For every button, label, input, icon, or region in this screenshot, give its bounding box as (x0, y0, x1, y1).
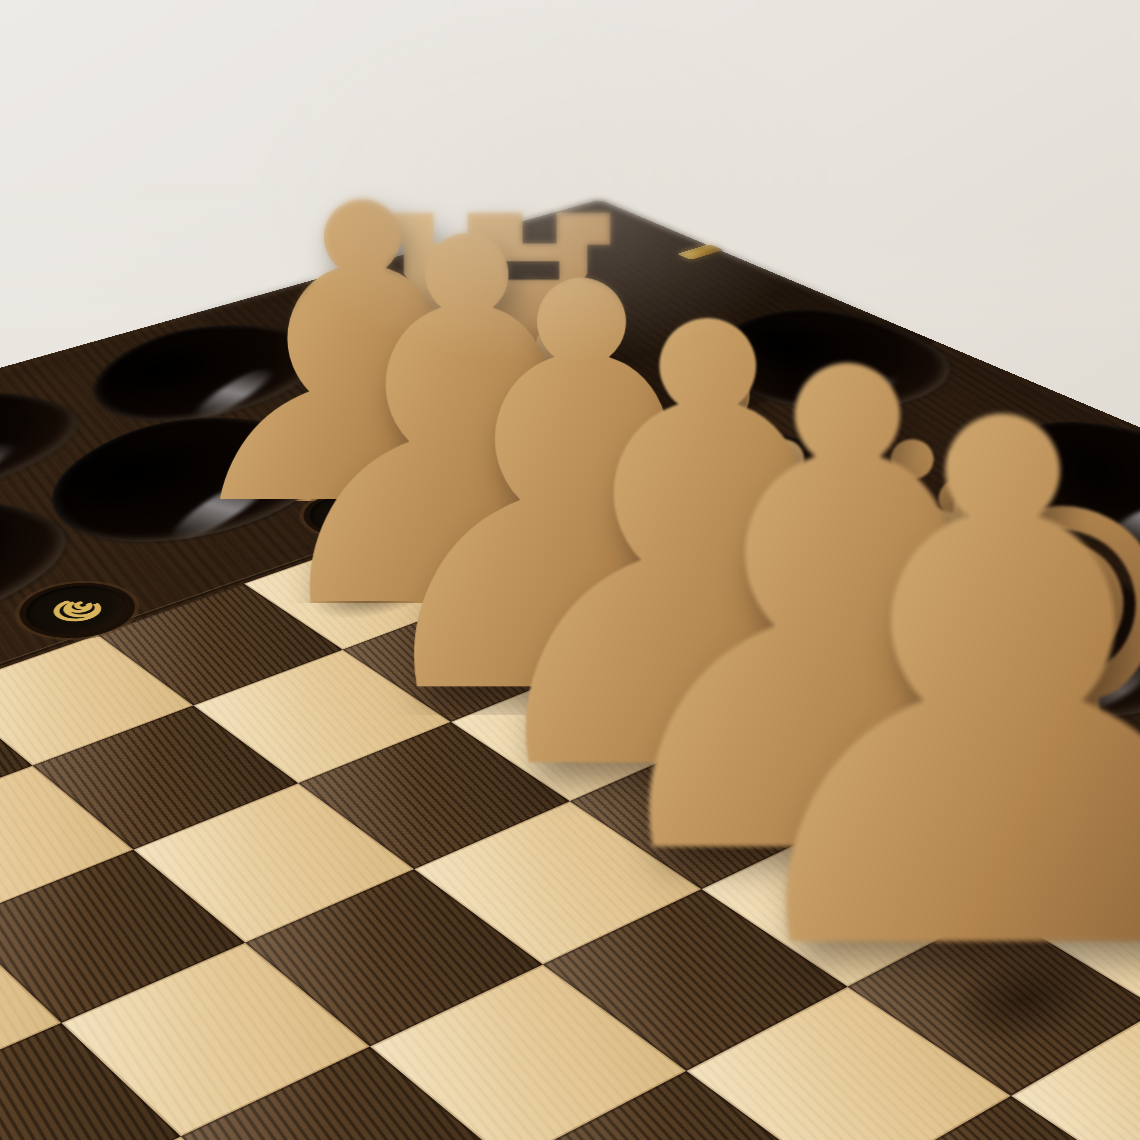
chess-backgammon-board: ♜♞♝♛♚♟♟♟♟♟♟ (0, 200, 1140, 1140)
pawn-glyph: ♟ (679, 348, 1140, 1034)
spiral-icon (30, 587, 126, 634)
board-surface: ♜♞♝♛♚♟♟♟♟♟♟ (0, 200, 1140, 1140)
photo-canvas: ♜♞♝♛♚♟♟♟♟♟♟ (0, 0, 1140, 1140)
chess-piece-pawn-f2[interactable]: ♟ (602, 127, 1140, 998)
